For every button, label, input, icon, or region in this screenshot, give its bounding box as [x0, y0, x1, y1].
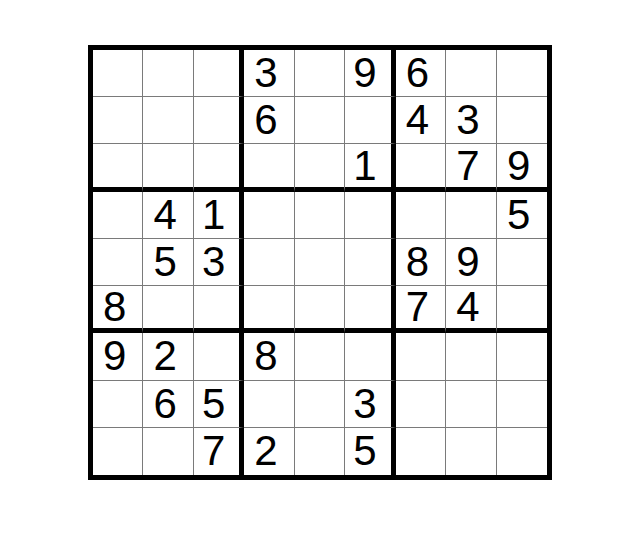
digit: 9 [103, 335, 126, 377]
cell-r9c1-empty[interactable] [93, 428, 143, 475]
cell-r8c7-empty[interactable] [396, 381, 446, 428]
cell-r6c4-empty[interactable] [244, 286, 294, 333]
sudoku-page: 3966431794155389874928653725 [0, 0, 640, 540]
digit: 2 [254, 430, 277, 472]
cell-r6c8-given: 4 [446, 286, 496, 333]
cell-r5c1-empty[interactable] [93, 239, 143, 286]
cell-r7c6-empty[interactable] [345, 333, 395, 380]
cell-r4c7-empty[interactable] [396, 192, 446, 239]
cell-r3c5-empty[interactable] [295, 144, 345, 191]
cell-r2c2-empty[interactable] [143, 97, 193, 144]
cell-r2c6-empty[interactable] [345, 97, 395, 144]
cell-r9c7-empty[interactable] [396, 428, 446, 475]
cell-r6c2-empty[interactable] [143, 286, 193, 333]
cell-r1c9-empty[interactable] [497, 50, 547, 97]
digit: 3 [353, 383, 376, 425]
cell-r1c5-empty[interactable] [295, 50, 345, 97]
digit: 1 [202, 194, 225, 236]
cell-r8c9-empty[interactable] [497, 381, 547, 428]
cell-r3c6-given: 1 [345, 144, 395, 191]
digit: 8 [103, 286, 126, 328]
cell-r6c3-empty[interactable] [194, 286, 244, 333]
cell-r7c2-given: 2 [143, 333, 193, 380]
cell-r9c8-empty[interactable] [446, 428, 496, 475]
cell-r2c4-given: 6 [244, 97, 294, 144]
digit: 8 [406, 241, 429, 283]
cell-r5c6-empty[interactable] [345, 239, 395, 286]
cell-r3c7-empty[interactable] [396, 144, 446, 191]
cell-r1c4-given: 3 [244, 50, 294, 97]
cell-r5c2-given: 5 [143, 239, 193, 286]
cell-r1c8-empty[interactable] [446, 50, 496, 97]
digit: 5 [507, 194, 530, 236]
cell-r5c8-given: 9 [446, 239, 496, 286]
cell-r2c7-given: 4 [396, 97, 446, 144]
digit: 7 [202, 430, 225, 472]
cell-r7c3-empty[interactable] [194, 333, 244, 380]
cell-r5c9-empty[interactable] [497, 239, 547, 286]
cell-r7c9-empty[interactable] [497, 333, 547, 380]
cell-r8c6-given: 3 [345, 381, 395, 428]
digit: 7 [456, 145, 479, 187]
digit: 3 [456, 99, 479, 141]
cell-r6c5-empty[interactable] [295, 286, 345, 333]
cell-r2c3-empty[interactable] [194, 97, 244, 144]
cell-r1c7-given: 6 [396, 50, 446, 97]
cell-r5c4-empty[interactable] [244, 239, 294, 286]
cell-r7c1-given: 9 [93, 333, 143, 380]
digit: 3 [202, 241, 225, 283]
cell-r7c5-empty[interactable] [295, 333, 345, 380]
cell-r5c7-given: 8 [396, 239, 446, 286]
cell-r4c8-empty[interactable] [446, 192, 496, 239]
cell-r8c5-empty[interactable] [295, 381, 345, 428]
cell-r3c3-empty[interactable] [194, 144, 244, 191]
digit: 7 [406, 286, 429, 328]
cell-r1c1-empty[interactable] [93, 50, 143, 97]
cell-r4c5-empty[interactable] [295, 192, 345, 239]
digit: 5 [153, 241, 176, 283]
cell-r6c7-given: 7 [396, 286, 446, 333]
cell-r9c5-empty[interactable] [295, 428, 345, 475]
digit: 5 [353, 430, 376, 472]
cell-r8c2-given: 6 [143, 381, 193, 428]
digit: 8 [254, 335, 277, 377]
sudoku-board: 3966431794155389874928653725 [88, 45, 552, 480]
cell-r1c2-empty[interactable] [143, 50, 193, 97]
cell-r8c4-empty[interactable] [244, 381, 294, 428]
cell-r8c1-empty[interactable] [93, 381, 143, 428]
cell-r4c3-given: 1 [194, 192, 244, 239]
cell-r9c3-given: 7 [194, 428, 244, 475]
cell-r2c9-empty[interactable] [497, 97, 547, 144]
cell-r7c8-empty[interactable] [446, 333, 496, 380]
cell-r9c4-given: 2 [244, 428, 294, 475]
cell-r1c6-given: 9 [345, 50, 395, 97]
cell-r1c3-empty[interactable] [194, 50, 244, 97]
cell-r7c4-given: 8 [244, 333, 294, 380]
cell-r4c4-empty[interactable] [244, 192, 294, 239]
cell-r9c2-empty[interactable] [143, 428, 193, 475]
cell-r3c4-empty[interactable] [244, 144, 294, 191]
digit: 1 [353, 145, 376, 187]
cell-r4c9-given: 5 [497, 192, 547, 239]
digit: 4 [153, 194, 176, 236]
digit: 6 [406, 52, 429, 94]
cell-r6c9-empty[interactable] [497, 286, 547, 333]
digit: 9 [353, 52, 376, 94]
cell-r5c3-given: 3 [194, 239, 244, 286]
digit: 3 [254, 52, 277, 94]
cell-r3c9-given: 9 [497, 144, 547, 191]
cell-r3c1-empty[interactable] [93, 144, 143, 191]
cell-r2c8-given: 3 [446, 97, 496, 144]
cell-r2c1-empty[interactable] [93, 97, 143, 144]
cell-r5c5-empty[interactable] [295, 239, 345, 286]
digit: 9 [507, 145, 530, 187]
cell-r3c2-empty[interactable] [143, 144, 193, 191]
cell-r6c6-empty[interactable] [345, 286, 395, 333]
cell-r7c7-empty[interactable] [396, 333, 446, 380]
cell-r4c6-empty[interactable] [345, 192, 395, 239]
digit: 6 [153, 383, 176, 425]
cell-r9c6-given: 5 [345, 428, 395, 475]
cell-r9c9-empty[interactable] [497, 428, 547, 475]
cell-r4c2-given: 4 [143, 192, 193, 239]
digit: 2 [153, 335, 176, 377]
cell-r6c1-given: 8 [93, 286, 143, 333]
digit: 4 [456, 286, 479, 328]
digit: 6 [254, 99, 277, 141]
cell-r2c5-empty[interactable] [295, 97, 345, 144]
digit: 4 [406, 99, 429, 141]
cell-r8c8-empty[interactable] [446, 381, 496, 428]
cell-r4c1-empty[interactable] [93, 192, 143, 239]
digit: 5 [202, 383, 225, 425]
cell-r8c3-given: 5 [194, 381, 244, 428]
cell-r3c8-given: 7 [446, 144, 496, 191]
digit: 9 [456, 241, 479, 283]
